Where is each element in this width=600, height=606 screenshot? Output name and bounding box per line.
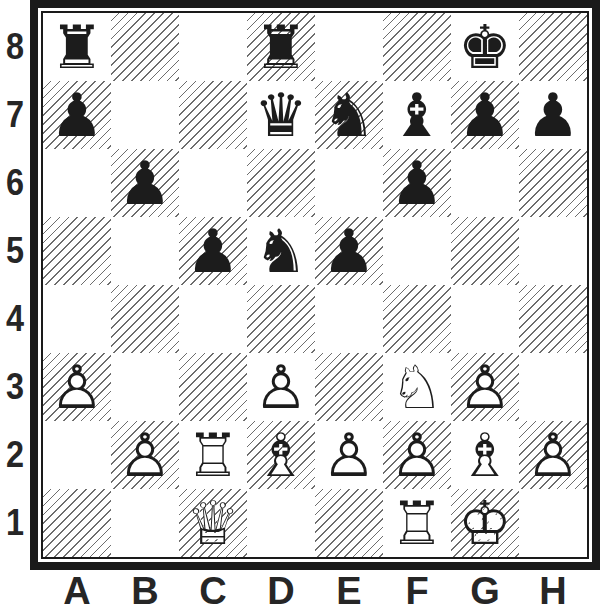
- rank-label-7: 7: [2, 81, 29, 149]
- piece-white-pawn[interactable]: ♙: [519, 421, 587, 489]
- square-c2[interactable]: ♜♖: [179, 421, 247, 489]
- piece-white-king[interactable]: ♔: [451, 489, 519, 557]
- square-b3[interactable]: [111, 353, 179, 421]
- square-g2[interactable]: ♝♗: [451, 421, 519, 489]
- file-label-f: F: [383, 570, 451, 606]
- square-b7[interactable]: [111, 81, 179, 149]
- piece-white-rook[interactable]: ♖: [179, 421, 247, 489]
- rank-label-6: 6: [2, 149, 29, 217]
- square-e3[interactable]: [315, 353, 383, 421]
- square-d7[interactable]: ♛: [247, 81, 315, 149]
- square-e7[interactable]: ♞: [315, 81, 383, 149]
- square-b2[interactable]: ♟♙: [111, 421, 179, 489]
- piece-white-pawn[interactable]: ♙: [111, 421, 179, 489]
- piece-black-pawn[interactable]: ♟: [315, 217, 383, 285]
- square-f8[interactable]: [383, 13, 451, 81]
- square-h2[interactable]: ♟♙: [519, 421, 587, 489]
- square-g5[interactable]: [451, 217, 519, 285]
- piece-black-pawn[interactable]: ♟: [519, 81, 587, 149]
- square-a7[interactable]: ♟: [43, 81, 111, 149]
- piece-white-knight[interactable]: ♘: [383, 353, 451, 421]
- square-a2[interactable]: [43, 421, 111, 489]
- rank-label-1: 1: [2, 489, 29, 557]
- piece-white-pawn[interactable]: ♙: [315, 421, 383, 489]
- square-a5[interactable]: [43, 217, 111, 285]
- square-g7[interactable]: ♟: [451, 81, 519, 149]
- square-e4[interactable]: [315, 285, 383, 353]
- piece-white-bishop[interactable]: ♗: [247, 421, 315, 489]
- square-f5[interactable]: [383, 217, 451, 285]
- square-b8[interactable]: [111, 13, 179, 81]
- square-d2[interactable]: ♝♗: [247, 421, 315, 489]
- piece-white-queen[interactable]: ♕: [179, 489, 247, 557]
- board-grid: ♜♜♚♟♛♞♝♟♟♟♟♟♞♟♟♙♟♙♞♘♟♙♟♙♜♖♝♗♟♙♟♙♝♗♟♙♛♕♜♖…: [41, 11, 589, 559]
- chess-board-diagram: 87654321 ♜♜♚♟♛♞♝♟♟♟♟♟♞♟♟♙♟♙♞♘♟♙♟♙♜♖♝♗♟♙♟…: [0, 0, 600, 606]
- square-h6[interactable]: [519, 149, 587, 217]
- board-frame: ♜♜♚♟♛♞♝♟♟♟♟♟♞♟♟♙♟♙♞♘♟♙♟♙♜♖♝♗♟♙♟♙♝♗♟♙♛♕♜♖…: [30, 0, 600, 570]
- square-f4[interactable]: [383, 285, 451, 353]
- square-d3[interactable]: ♟♙: [247, 353, 315, 421]
- piece-white-pawn[interactable]: ♙: [43, 353, 111, 421]
- rank-label-4: 4: [2, 285, 29, 353]
- square-h5[interactable]: [519, 217, 587, 285]
- piece-black-bishop[interactable]: ♝: [383, 81, 451, 149]
- piece-black-pawn[interactable]: ♟: [111, 149, 179, 217]
- square-e5[interactable]: ♟: [315, 217, 383, 285]
- piece-white-rook[interactable]: ♖: [383, 489, 451, 557]
- square-h8[interactable]: [519, 13, 587, 81]
- square-f6[interactable]: ♟: [383, 149, 451, 217]
- rank-label-5: 5: [2, 217, 29, 285]
- square-c7[interactable]: [179, 81, 247, 149]
- square-c3[interactable]: [179, 353, 247, 421]
- square-e2[interactable]: ♟♙: [315, 421, 383, 489]
- square-b4[interactable]: [111, 285, 179, 353]
- file-label-e: E: [315, 570, 383, 606]
- piece-black-pawn[interactable]: ♟: [179, 217, 247, 285]
- file-label-g: G: [451, 570, 519, 606]
- file-label-a: A: [43, 570, 111, 606]
- square-h4[interactable]: [519, 285, 587, 353]
- square-d4[interactable]: [247, 285, 315, 353]
- square-f3[interactable]: ♞♘: [383, 353, 451, 421]
- rank-label-2: 2: [2, 421, 29, 489]
- piece-white-pawn[interactable]: ♙: [247, 353, 315, 421]
- file-label-h: H: [519, 570, 587, 606]
- piece-white-pawn[interactable]: ♙: [451, 353, 519, 421]
- square-h7[interactable]: ♟: [519, 81, 587, 149]
- file-label-d: D: [247, 570, 315, 606]
- square-c4[interactable]: [179, 285, 247, 353]
- square-a1[interactable]: [43, 489, 111, 557]
- square-f2[interactable]: ♟♙: [383, 421, 451, 489]
- square-f7[interactable]: ♝: [383, 81, 451, 149]
- square-d5[interactable]: ♞: [247, 217, 315, 285]
- piece-black-knight[interactable]: ♞: [315, 81, 383, 149]
- rank-labels: 87654321: [0, 13, 30, 557]
- piece-black-rook[interactable]: ♜: [247, 13, 315, 81]
- square-d8[interactable]: ♜: [247, 13, 315, 81]
- square-b1[interactable]: [111, 489, 179, 557]
- piece-black-knight[interactable]: ♞: [247, 217, 315, 285]
- square-c5[interactable]: ♟: [179, 217, 247, 285]
- square-b6[interactable]: ♟: [111, 149, 179, 217]
- square-h3[interactable]: [519, 353, 587, 421]
- square-g1[interactable]: ♚♔: [451, 489, 519, 557]
- piece-black-king[interactable]: ♚: [451, 13, 519, 81]
- piece-black-pawn[interactable]: ♟: [383, 149, 451, 217]
- square-b5[interactable]: [111, 217, 179, 285]
- square-c8[interactable]: [179, 13, 247, 81]
- square-a3[interactable]: ♟♙: [43, 353, 111, 421]
- square-c1[interactable]: ♛♕: [179, 489, 247, 557]
- piece-white-pawn[interactable]: ♙: [383, 421, 451, 489]
- file-label-c: C: [179, 570, 247, 606]
- square-d6[interactable]: [247, 149, 315, 217]
- square-g4[interactable]: [451, 285, 519, 353]
- file-label-b: B: [111, 570, 179, 606]
- square-c6[interactable]: [179, 149, 247, 217]
- piece-black-queen[interactable]: ♛: [247, 81, 315, 149]
- square-g6[interactable]: [451, 149, 519, 217]
- square-a6[interactable]: [43, 149, 111, 217]
- file-labels: ABCDEFGH: [43, 570, 587, 606]
- square-g8[interactable]: ♚: [451, 13, 519, 81]
- square-d1[interactable]: [247, 489, 315, 557]
- square-f1[interactable]: ♜♖: [383, 489, 451, 557]
- square-a4[interactable]: [43, 285, 111, 353]
- square-e6[interactable]: [315, 149, 383, 217]
- square-e1[interactable]: [315, 489, 383, 557]
- rank-label-8: 8: [2, 13, 29, 81]
- piece-black-pawn[interactable]: ♟: [451, 81, 519, 149]
- square-e8[interactable]: [315, 13, 383, 81]
- piece-black-pawn[interactable]: ♟: [43, 81, 111, 149]
- rank-label-3: 3: [2, 353, 29, 421]
- square-h1[interactable]: [519, 489, 587, 557]
- square-g3[interactable]: ♟♙: [451, 353, 519, 421]
- piece-white-bishop[interactable]: ♗: [451, 421, 519, 489]
- square-a8[interactable]: ♜: [43, 13, 111, 81]
- piece-black-rook[interactable]: ♜: [43, 13, 111, 81]
